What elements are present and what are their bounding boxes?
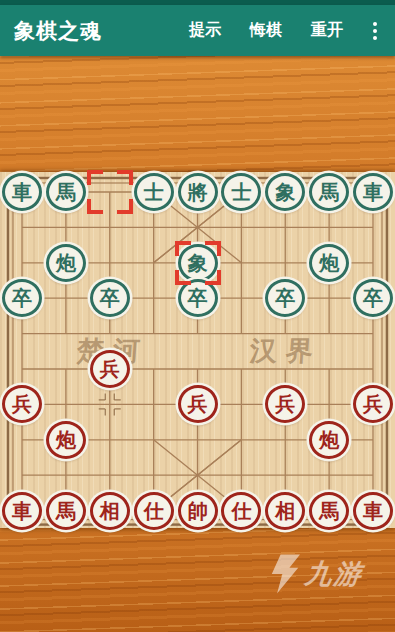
piece-red-兵[interactable]: 兵 xyxy=(178,385,218,423)
piece-black-象[interactable]: 象 xyxy=(178,244,218,282)
hint-button[interactable]: 提示 xyxy=(189,20,221,41)
piece-red-相[interactable]: 相 xyxy=(265,492,305,530)
piece-black-炮[interactable]: 炮 xyxy=(309,244,349,282)
piece-black-卒[interactable]: 卒 xyxy=(178,279,218,317)
piece-black-卒[interactable]: 卒 xyxy=(2,279,42,317)
piece-black-士[interactable]: 士 xyxy=(134,173,174,211)
header-menu: 提示 悔棋 重开 xyxy=(189,20,343,41)
piece-black-卒[interactable]: 卒 xyxy=(353,279,393,317)
app-header: 象棋之魂 提示 悔棋 重开 xyxy=(0,5,395,56)
piece-red-帥[interactable]: 帥 xyxy=(178,492,218,530)
piece-red-馬[interactable]: 馬 xyxy=(46,492,86,530)
app-screen: 象棋之魂 提示 悔棋 重开 楚河 汉界 車馬士將士象馬車炮象炮卒卒卒卒卒兵兵兵兵… xyxy=(0,0,395,632)
app-title: 象棋之魂 xyxy=(14,17,102,45)
piece-red-相[interactable]: 相 xyxy=(90,492,130,530)
piece-black-車[interactable]: 車 xyxy=(2,173,42,211)
piece-black-將[interactable]: 將 xyxy=(178,173,218,211)
xiangqi-board[interactable]: 楚河 汉界 車馬士將士象馬車炮象炮卒卒卒卒卒兵兵兵兵兵炮炮車馬相仕帥仕相馬車 xyxy=(0,172,395,528)
piece-red-車[interactable]: 車 xyxy=(353,492,393,530)
piece-black-馬[interactable]: 馬 xyxy=(46,173,86,211)
board-grid xyxy=(0,172,395,528)
overflow-menu-icon[interactable] xyxy=(367,18,383,44)
piece-black-馬[interactable]: 馬 xyxy=(309,173,349,211)
undo-move-button[interactable]: 悔棋 xyxy=(250,20,282,41)
piece-black-卒[interactable]: 卒 xyxy=(90,279,130,317)
piece-red-馬[interactable]: 馬 xyxy=(309,492,349,530)
piece-red-炮[interactable]: 炮 xyxy=(309,421,349,459)
piece-black-車[interactable]: 車 xyxy=(353,173,393,211)
piece-red-車[interactable]: 車 xyxy=(2,492,42,530)
river-label-right: 汉界 xyxy=(249,333,324,369)
piece-red-炮[interactable]: 炮 xyxy=(46,421,86,459)
piece-black-炮[interactable]: 炮 xyxy=(46,244,86,282)
restart-button[interactable]: 重开 xyxy=(311,20,343,41)
piece-red-仕[interactable]: 仕 xyxy=(134,492,174,530)
piece-black-象[interactable]: 象 xyxy=(265,173,305,211)
piece-red-兵[interactable]: 兵 xyxy=(90,350,130,388)
piece-red-仕[interactable]: 仕 xyxy=(221,492,261,530)
